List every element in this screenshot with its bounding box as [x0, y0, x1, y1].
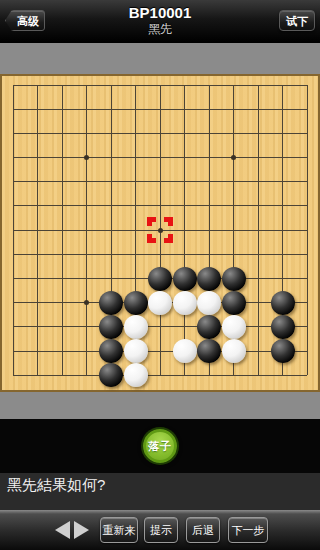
grid-line — [307, 85, 308, 375]
stone-white — [222, 339, 246, 363]
stone-black — [173, 267, 197, 291]
prev-arrow-icon[interactable] — [55, 521, 70, 539]
stone-black — [271, 339, 295, 363]
stone-white — [124, 315, 148, 339]
stone-black — [124, 291, 148, 315]
stone-black — [197, 267, 221, 291]
stone-black — [197, 315, 221, 339]
grid-line — [13, 326, 307, 327]
stone-black — [148, 267, 172, 291]
next-arrow-icon[interactable] — [74, 521, 89, 539]
try-move-button[interactable]: 试下 — [279, 10, 315, 31]
grid-line — [13, 254, 307, 255]
grid-line — [13, 351, 307, 352]
stone-black — [99, 291, 123, 315]
stone-black — [271, 315, 295, 339]
grid-line — [13, 375, 307, 376]
page-subtitle: 黑先 — [0, 22, 320, 37]
stone-white — [173, 339, 197, 363]
place-stone-button[interactable]: 落子 — [143, 429, 177, 463]
stone-white — [124, 363, 148, 387]
status-message: 黑先結果如何? — [7, 476, 105, 493]
stone-black — [99, 363, 123, 387]
stone-black — [271, 291, 295, 315]
go-board[interactable] — [0, 74, 320, 392]
status-message-bar: 黑先結果如何? — [0, 473, 320, 510]
star-point — [231, 155, 236, 160]
star-point — [84, 300, 89, 305]
nav-arrows — [55, 521, 89, 539]
stone-black — [222, 291, 246, 315]
stone-black — [99, 315, 123, 339]
stone-black — [222, 267, 246, 291]
stone-white — [124, 339, 148, 363]
page-title: BP10001 — [0, 3, 320, 22]
next-step-button[interactable]: 下一步 — [228, 517, 268, 543]
stone-white — [222, 315, 246, 339]
stone-white — [173, 291, 197, 315]
stone-white — [197, 291, 221, 315]
grid-line — [184, 85, 185, 375]
title-bar: 高级 BP10001 黑先 试下 — [0, 0, 320, 43]
hint-button[interactable]: 提示 — [144, 517, 178, 543]
stone-white — [148, 291, 172, 315]
grid-line — [258, 85, 259, 375]
target-marker — [147, 217, 173, 243]
title-group: BP10001 黑先 — [0, 3, 320, 37]
undo-button[interactable]: 后退 — [186, 517, 220, 543]
restart-button[interactable]: 重新来 — [100, 517, 138, 543]
app-screen: 高级 BP10001 黑先 试下 落子 黑先結果如何? 重新来 提示 后退 下一… — [0, 0, 320, 550]
stone-black — [197, 339, 221, 363]
star-point — [84, 155, 89, 160]
stone-black — [99, 339, 123, 363]
